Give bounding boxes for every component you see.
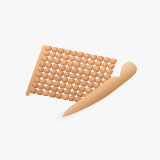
- product-photo-scene: [0, 0, 160, 160]
- bead: [105, 69, 113, 76]
